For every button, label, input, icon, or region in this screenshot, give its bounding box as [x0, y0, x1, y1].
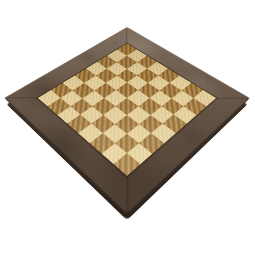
frame-miter-seam-top — [126, 27, 127, 44]
product-photo-empty-chessboard — [0, 0, 255, 255]
frame-miter-seam-bottom — [127, 175, 128, 214]
frame-miter-seam-left — [4, 97, 38, 98]
frame-miter-seam-right — [216, 98, 250, 99]
chess-board-frame — [4, 27, 250, 215]
